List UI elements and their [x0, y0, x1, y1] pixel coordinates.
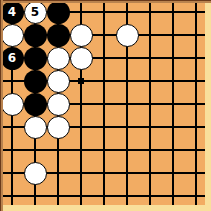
grid-line-vertical — [172, 3, 174, 205]
black-stone: 4 — [1, 1, 24, 24]
black-stone — [47, 1, 70, 24]
crop-margin-bottom — [3, 205, 211, 211]
black-stone — [47, 24, 70, 47]
board-edge-top — [0, 0, 211, 3]
hoshi-point-marker — [78, 78, 84, 84]
white-stone — [24, 116, 47, 139]
move-number-label: 6 — [8, 52, 16, 64]
black-stone — [24, 93, 47, 116]
grid-line-horizontal — [3, 149, 205, 151]
black-stone — [24, 47, 47, 70]
crop-margin-right — [205, 3, 211, 211]
white-stone — [47, 47, 70, 70]
grid-line-vertical — [195, 3, 197, 205]
white-stone — [47, 70, 70, 93]
white-stone — [1, 93, 24, 116]
white-stone — [24, 162, 47, 185]
white-stone: 5 — [24, 1, 47, 24]
white-stone — [116, 24, 139, 47]
white-stone — [1, 24, 24, 47]
black-stone: 6 — [1, 47, 24, 70]
white-stone — [70, 47, 93, 70]
black-stone — [24, 70, 47, 93]
go-diagram: 456 — [0, 0, 211, 211]
black-stone — [24, 24, 47, 47]
board-edge-left — [0, 0, 3, 211]
move-number-label: 4 — [8, 6, 16, 18]
white-stone — [47, 116, 70, 139]
white-stone — [47, 93, 70, 116]
grid-line-vertical — [149, 3, 151, 205]
grid-line-horizontal — [3, 195, 205, 197]
go-board: 456 — [0, 0, 205, 205]
white-stone — [70, 24, 93, 47]
grid-line-vertical — [103, 3, 105, 205]
move-number-label: 5 — [31, 6, 39, 18]
